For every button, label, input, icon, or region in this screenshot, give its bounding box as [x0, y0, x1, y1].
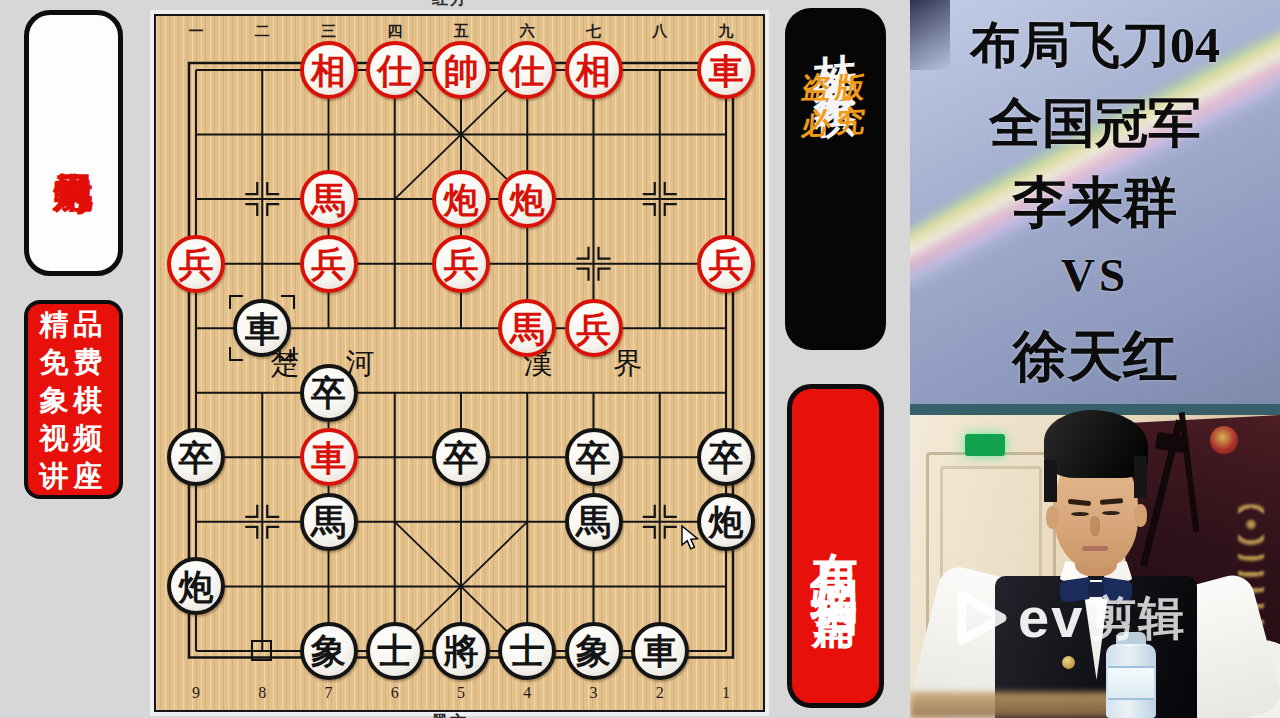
- xiangqi-piece-black[interactable]: 士: [498, 622, 556, 680]
- watermark-cjk: 剪辑: [1090, 595, 1186, 641]
- table-edge: [910, 692, 1130, 718]
- opening-name-card: 中炮对屏风马: [24, 10, 123, 276]
- xiangqi-piece-red[interactable]: 炮: [432, 170, 490, 228]
- river-text: 界: [612, 344, 644, 384]
- xiangqi-piece-black[interactable]: 炮: [167, 557, 225, 615]
- eye: [1102, 511, 1120, 515]
- champion-caption: 全国冠军: [910, 88, 1280, 160]
- xiangqi-piece-black[interactable]: 馬: [565, 493, 623, 551]
- promo-row: 免费: [40, 344, 108, 380]
- promo-row: 象棋: [40, 382, 108, 418]
- vest-badge: [1062, 656, 1075, 669]
- xiangqi-piece-red[interactable]: 帥: [432, 41, 490, 99]
- xiangqi-piece-black[interactable]: 馬: [300, 493, 358, 551]
- xiangqi-piece-red[interactable]: 兵: [697, 235, 755, 293]
- sideburn: [1134, 456, 1147, 498]
- file-label-top: 五: [449, 22, 473, 41]
- xiangqi-piece-red[interactable]: 相: [300, 41, 358, 99]
- emblem-badge: [1210, 426, 1238, 454]
- hair: [1044, 410, 1148, 478]
- file-label-top: 四: [383, 22, 407, 41]
- xiangqi-piece-red[interactable]: 馬: [300, 170, 358, 228]
- black-side-label: 黑方: [432, 712, 468, 718]
- series-card: 布局骗招篇: [787, 384, 884, 708]
- sky-background: 布局飞刀04 全国冠军 李来群 VS 徐天红: [910, 0, 1280, 404]
- file-label-top: 八: [648, 22, 672, 41]
- file-label-bottom: 2: [648, 684, 672, 702]
- promo-row: 视频: [40, 420, 108, 456]
- mouth: [1082, 546, 1108, 551]
- file-label-bottom: 5: [449, 684, 473, 702]
- file-label-top: 三: [317, 22, 341, 41]
- piracy-warning-row: 必究: [800, 103, 871, 143]
- right-panel: 布局飞刀04 全国冠军 李来群 VS 徐天红: [910, 0, 1280, 718]
- xiangqi-piece-red[interactable]: 仕: [498, 41, 556, 99]
- promo-row: 讲座: [40, 458, 108, 494]
- xiangqi-piece-black[interactable]: 卒: [697, 428, 755, 486]
- xiangqi-piece-red[interactable]: 兵: [565, 299, 623, 357]
- xiangqi-piece-black[interactable]: 卒: [167, 428, 225, 486]
- ear: [1046, 506, 1059, 529]
- ear: [1134, 504, 1147, 527]
- xiangqi-piece-red[interactable]: 兵: [300, 235, 358, 293]
- file-label-bottom: 8: [250, 684, 274, 702]
- nose: [1090, 516, 1100, 536]
- xiangqi-piece-black[interactable]: 卒: [300, 364, 358, 422]
- player-red-name: 李来群: [910, 166, 1280, 240]
- brand-card: 林东方象棋 盗版 必究: [785, 8, 886, 350]
- opening-name-text: 中炮对屏风马: [54, 140, 94, 146]
- file-label-top: 二: [250, 22, 274, 41]
- promo-card: 精品 免费 象棋 视频 讲座: [24, 300, 123, 499]
- file-label-bottom: 3: [582, 684, 606, 702]
- file-label-bottom: 6: [383, 684, 407, 702]
- xiangqi-piece-black[interactable]: 士: [366, 622, 424, 680]
- sideburn: [1044, 460, 1057, 502]
- xiangqi-piece-red[interactable]: 相: [565, 41, 623, 99]
- vs-label: VS: [910, 248, 1280, 302]
- xiangqi-piece-black[interactable]: 象: [300, 622, 358, 680]
- red-side-label: 红方: [432, 0, 468, 10]
- play-triangle-icon: [956, 590, 1008, 646]
- xiangqi-board[interactable]: 一二三四五六七八九987654321楚河漢界相仕帥仕相車馬炮炮兵兵兵兵馬兵車車卒…: [154, 14, 765, 712]
- xiangqi-piece-black[interactable]: 象: [565, 622, 623, 680]
- player-black-name: 徐天红: [910, 320, 1280, 394]
- file-label-bottom: 4: [515, 684, 539, 702]
- watermark: ev 剪辑: [956, 590, 1186, 646]
- file-label-top: 七: [582, 22, 606, 41]
- file-label-bottom: 7: [317, 684, 341, 702]
- water-bottle-label: [1108, 666, 1154, 700]
- xiangqi-piece-red[interactable]: 炮: [498, 170, 556, 228]
- watermark-latin: ev: [1018, 590, 1084, 646]
- series-title-text: 布局骗招篇: [812, 514, 859, 579]
- xiangqi-piece-black[interactable]: 卒: [565, 428, 623, 486]
- promo-row: 精品: [40, 306, 108, 342]
- exit-sign: [965, 434, 1005, 456]
- file-label-bottom: 1: [714, 684, 738, 702]
- last-move-origin-marker: [251, 640, 272, 661]
- file-label-top: 九: [714, 22, 738, 41]
- xiangqi-piece-red[interactable]: 車: [300, 428, 358, 486]
- file-label-top: 六: [515, 22, 539, 41]
- xiangqi-piece-black[interactable]: 卒: [432, 428, 490, 486]
- piracy-warning-row: 盗版: [799, 70, 872, 105]
- board-grid: [156, 16, 767, 714]
- xiangqi-piece-black[interactable]: 炮: [697, 493, 755, 551]
- episode-title: 布局飞刀04: [910, 12, 1280, 79]
- eye: [1071, 512, 1089, 516]
- file-label-top: 一: [184, 22, 208, 41]
- mouse-cursor: [681, 525, 700, 552]
- xiangqi-piece-red[interactable]: 兵: [432, 235, 490, 293]
- xiangqi-piece-black[interactable]: 將: [432, 622, 490, 680]
- player-photo: ev 剪辑: [910, 404, 1280, 718]
- xiangqi-piece-red[interactable]: 車: [697, 41, 755, 99]
- brand-name-text: 林东方象棋: [814, 18, 857, 71]
- xiangqi-piece-red[interactable]: 兵: [167, 235, 225, 293]
- xiangqi-piece-red[interactable]: 仕: [366, 41, 424, 99]
- file-label-bottom: 9: [184, 684, 208, 702]
- xiangqi-piece-black[interactable]: 車: [631, 622, 689, 680]
- video-frame: { "game": "xiangqi", "orientation": "red…: [0, 0, 1280, 718]
